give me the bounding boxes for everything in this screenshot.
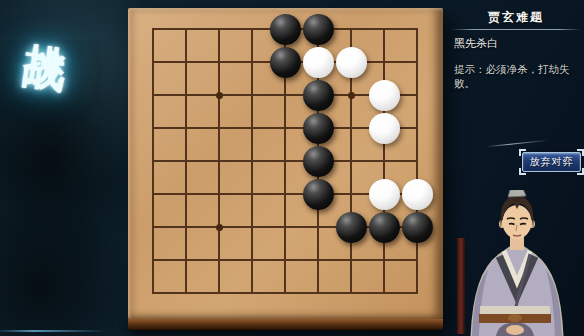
resign-button[interactable]: 放弃对弈 [522,152,581,172]
black-stone [270,47,301,78]
button-corner-ornament [519,149,526,156]
black-stone [303,179,334,210]
button-corner-ornament [577,149,584,156]
black-stone [402,212,433,243]
black-stone [336,212,367,243]
background-light-streak [485,140,549,148]
grid-line-horizontal [152,160,418,162]
grid-line-horizontal [152,259,418,261]
star-point [216,224,223,231]
black-stone [369,212,400,243]
white-stone [402,179,433,210]
black-stone [303,146,334,177]
black-stone [303,14,334,45]
ink-splash-shadow [0,200,140,336]
black-stone [303,113,334,144]
problem-hint: 提示：必须净杀，打劫失败。 [454,63,581,91]
white-stone [369,179,400,210]
problem-title: 贾玄难题 [451,9,581,26]
white-stone [369,113,400,144]
grid-line-vertical [416,28,418,294]
black-stone [270,14,301,45]
problem-objective: 黑先杀白 [454,36,581,51]
title-divider [451,29,581,30]
board-grid[interactable] [152,28,418,294]
white-stone [369,80,400,111]
white-stone [303,47,334,78]
problem-panel: 贾玄难题 黑先杀白 提示：必须净杀，打劫失败。 [451,9,581,91]
board-bottom-edge [128,319,443,330]
go-board [128,8,443,330]
black-stone [303,80,334,111]
white-stone [336,47,367,78]
button-corner-ornament [577,168,584,175]
grid-line-horizontal [152,292,418,294]
button-corner-ornament [519,168,526,175]
character-portrait [444,190,584,336]
grid-line-vertical [383,28,385,294]
resign-button-label: 放弃对弈 [530,155,574,169]
star-point [216,92,223,99]
game-screen: 挑战 贾玄难题 黑先杀白 提示：必须净杀，打劫失败。 放弃对弈 [0,0,584,336]
bottom-accent-line [0,330,112,332]
star-point [348,92,355,99]
